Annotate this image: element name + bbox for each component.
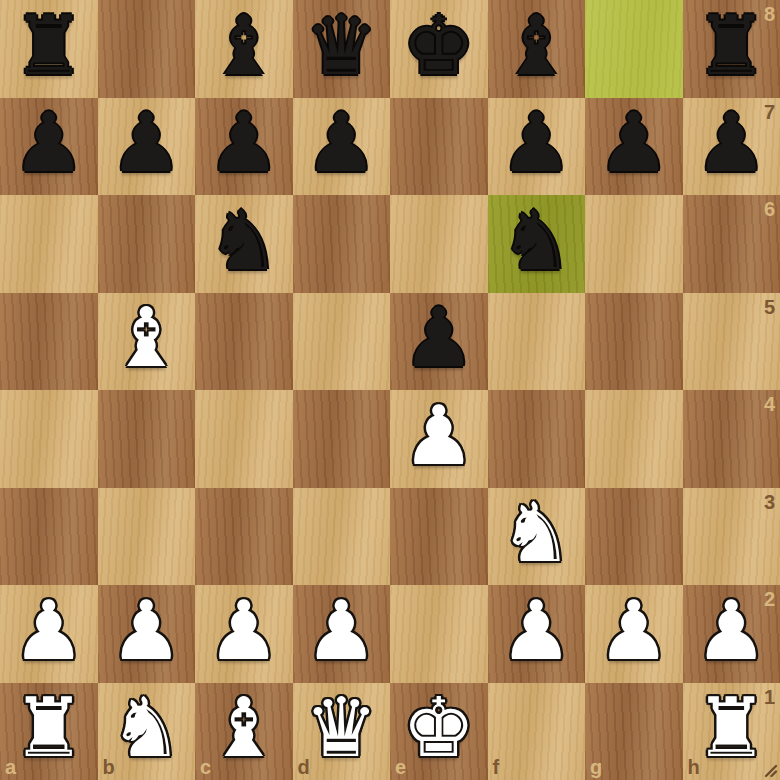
square-d3[interactable] [293, 488, 391, 586]
square-c3[interactable] [195, 488, 293, 586]
square-d1[interactable]: ♛d [293, 683, 391, 780]
white-pawn[interactable]: ♟ [207, 590, 281, 672]
square-h3[interactable]: 3 [683, 488, 780, 586]
square-b7[interactable]: ♟ [98, 98, 196, 196]
square-b5[interactable]: ♝ [98, 293, 196, 391]
black-pawn[interactable]: ♟ [694, 102, 768, 184]
black-queen[interactable]: ♛ [304, 5, 378, 87]
square-d4[interactable] [293, 390, 391, 488]
square-a1[interactable]: ♜a [0, 683, 98, 780]
white-pawn[interactable]: ♟ [109, 590, 183, 672]
white-pawn[interactable]: ♟ [402, 395, 476, 477]
black-pawn[interactable]: ♟ [12, 102, 86, 184]
square-f5[interactable] [488, 293, 586, 391]
square-b1[interactable]: ♞b [98, 683, 196, 780]
square-a5[interactable] [0, 293, 98, 391]
black-pawn[interactable]: ♟ [304, 102, 378, 184]
board-resize-handle-icon[interactable] [759, 759, 779, 779]
square-g3[interactable] [585, 488, 683, 586]
chess-board: ♜♝♛♚♝♜8♟♟♟♟♟♟♟7♞♞6♝♟5♟4♞3♟♟♟♟♟♟♟2♜a♞b♝c♛… [0, 0, 780, 780]
white-rook[interactable]: ♜ [12, 687, 86, 769]
square-f8[interactable]: ♝ [488, 0, 586, 98]
square-a6[interactable] [0, 195, 98, 293]
square-c6[interactable]: ♞ [195, 195, 293, 293]
square-d2[interactable]: ♟ [293, 585, 391, 683]
square-b8[interactable] [98, 0, 196, 98]
black-rook[interactable]: ♜ [12, 5, 86, 87]
black-pawn[interactable]: ♟ [402, 297, 476, 379]
square-e3[interactable] [390, 488, 488, 586]
square-d6[interactable] [293, 195, 391, 293]
square-f7[interactable]: ♟ [488, 98, 586, 196]
white-bishop[interactable]: ♝ [109, 297, 183, 379]
square-g6[interactable] [585, 195, 683, 293]
square-h4[interactable]: 4 [683, 390, 780, 488]
square-e1[interactable]: ♚e [390, 683, 488, 780]
white-knight[interactable]: ♞ [499, 492, 573, 574]
black-pawn[interactable]: ♟ [109, 102, 183, 184]
square-e2[interactable] [390, 585, 488, 683]
coord-file-f: f [493, 757, 500, 777]
coord-rank-6: 6 [764, 199, 775, 219]
coord-rank-4: 4 [764, 394, 775, 414]
square-b2[interactable]: ♟ [98, 585, 196, 683]
white-queen[interactable]: ♛ [304, 687, 378, 769]
white-pawn[interactable]: ♟ [12, 590, 86, 672]
white-rook[interactable]: ♜ [694, 687, 768, 769]
square-h6[interactable]: 6 [683, 195, 780, 293]
black-bishop[interactable]: ♝ [499, 5, 573, 87]
white-pawn[interactable]: ♟ [694, 590, 768, 672]
square-e5[interactable]: ♟ [390, 293, 488, 391]
black-pawn[interactable]: ♟ [499, 102, 573, 184]
square-f4[interactable] [488, 390, 586, 488]
square-g4[interactable] [585, 390, 683, 488]
white-king[interactable]: ♚ [402, 687, 476, 769]
square-h8[interactable]: ♜8 [683, 0, 780, 98]
white-bishop[interactable]: ♝ [207, 687, 281, 769]
square-h7[interactable]: ♟7 [683, 98, 780, 196]
coord-rank-5: 5 [764, 297, 775, 317]
square-g5[interactable] [585, 293, 683, 391]
square-e6[interactable] [390, 195, 488, 293]
square-e8[interactable]: ♚ [390, 0, 488, 98]
white-pawn[interactable]: ♟ [597, 590, 671, 672]
black-knight[interactable]: ♞ [499, 200, 573, 282]
square-d5[interactable] [293, 293, 391, 391]
black-bishop[interactable]: ♝ [207, 5, 281, 87]
white-knight[interactable]: ♞ [109, 687, 183, 769]
square-h5[interactable]: 5 [683, 293, 780, 391]
square-f6[interactable]: ♞ [488, 195, 586, 293]
black-knight[interactable]: ♞ [207, 200, 281, 282]
square-a7[interactable]: ♟ [0, 98, 98, 196]
coord-rank-3: 3 [764, 492, 775, 512]
square-g7[interactable]: ♟ [585, 98, 683, 196]
square-h2[interactable]: ♟2 [683, 585, 780, 683]
square-f1[interactable]: f [488, 683, 586, 780]
square-c1[interactable]: ♝c [195, 683, 293, 780]
square-b3[interactable] [98, 488, 196, 586]
square-c7[interactable]: ♟ [195, 98, 293, 196]
square-g8[interactable] [585, 0, 683, 98]
square-a2[interactable]: ♟ [0, 585, 98, 683]
square-b4[interactable] [98, 390, 196, 488]
square-g2[interactable]: ♟ [585, 585, 683, 683]
square-a8[interactable]: ♜ [0, 0, 98, 98]
black-rook[interactable]: ♜ [694, 5, 768, 87]
square-f3[interactable]: ♞ [488, 488, 586, 586]
square-d8[interactable]: ♛ [293, 0, 391, 98]
square-a4[interactable] [0, 390, 98, 488]
square-e4[interactable]: ♟ [390, 390, 488, 488]
square-e7[interactable] [390, 98, 488, 196]
square-c2[interactable]: ♟ [195, 585, 293, 683]
square-c5[interactable] [195, 293, 293, 391]
white-pawn[interactable]: ♟ [304, 590, 378, 672]
white-pawn[interactable]: ♟ [499, 590, 573, 672]
black-pawn[interactable]: ♟ [207, 102, 281, 184]
square-g1[interactable]: g [585, 683, 683, 780]
square-c8[interactable]: ♝ [195, 0, 293, 98]
coord-file-g: g [590, 757, 602, 777]
black-pawn[interactable]: ♟ [597, 102, 671, 184]
square-b6[interactable] [98, 195, 196, 293]
black-king[interactable]: ♚ [402, 5, 476, 87]
square-a3[interactable] [0, 488, 98, 586]
square-f2[interactable]: ♟ [488, 585, 586, 683]
square-c4[interactable] [195, 390, 293, 488]
square-d7[interactable]: ♟ [293, 98, 391, 196]
